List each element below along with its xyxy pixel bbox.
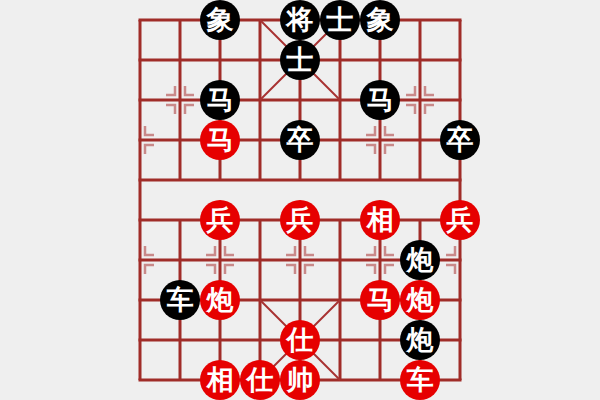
piece-red-general[interactable]: 帅	[280, 360, 320, 400]
piece-black-chariot[interactable]: 车	[160, 280, 200, 320]
piece-black-soldier[interactable]: 卒	[280, 120, 320, 160]
piece-red-advisor[interactable]: 仕	[280, 320, 320, 360]
piece-red-chariot[interactable]: 车	[400, 360, 440, 400]
piece-red-elephant[interactable]: 相	[360, 200, 400, 240]
piece-black-cannon[interactable]: 炮	[400, 320, 440, 360]
piece-red-horse[interactable]: 马	[360, 280, 400, 320]
piece-black-advisor[interactable]: 士	[320, 0, 360, 40]
piece-black-cannon[interactable]: 炮	[400, 240, 440, 280]
piece-black-horse[interactable]: 马	[200, 80, 240, 120]
piece-red-elephant[interactable]: 相	[200, 360, 240, 400]
piece-layer[interactable]: 象将士象士马马马卒卒兵兵相兵炮车炮马炮仕炮相仕帅车	[120, 0, 480, 400]
piece-black-elephant[interactable]: 象	[360, 0, 400, 40]
piece-red-soldier[interactable]: 兵	[200, 200, 240, 240]
piece-black-advisor[interactable]: 士	[280, 40, 320, 80]
piece-red-horse[interactable]: 马	[200, 120, 240, 160]
xiangqi-board: 象将士象士马马马卒卒兵兵相兵炮车炮马炮仕炮相仕帅车	[0, 0, 600, 400]
piece-red-advisor[interactable]: 仕	[240, 360, 280, 400]
piece-red-cannon[interactable]: 炮	[200, 280, 240, 320]
piece-black-general[interactable]: 将	[280, 0, 320, 40]
piece-red-soldier[interactable]: 兵	[280, 200, 320, 240]
piece-black-elephant[interactable]: 象	[200, 0, 240, 40]
piece-black-horse[interactable]: 马	[360, 80, 400, 120]
piece-black-soldier[interactable]: 卒	[440, 120, 480, 160]
piece-red-cannon[interactable]: 炮	[400, 280, 440, 320]
piece-red-soldier[interactable]: 兵	[440, 200, 480, 240]
